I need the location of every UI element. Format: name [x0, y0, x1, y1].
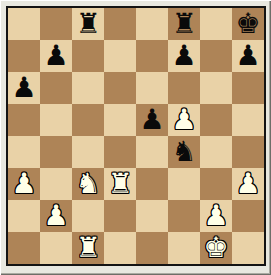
square-a2[interactable] — [8, 200, 40, 232]
square-h7[interactable]: ♟ — [232, 40, 264, 72]
square-h1[interactable] — [232, 232, 264, 264]
white-pawn-icon: ♟ — [43, 200, 68, 232]
black-pawn-icon: ♟ — [11, 72, 36, 104]
square-g3[interactable] — [200, 168, 232, 200]
square-d7[interactable] — [104, 40, 136, 72]
black-rook-icon: ♜ — [171, 8, 196, 40]
black-rook-icon: ♜ — [75, 8, 100, 40]
square-h2[interactable] — [232, 200, 264, 232]
square-b5[interactable] — [40, 104, 72, 136]
white-rook-icon: ♜ — [107, 168, 132, 200]
white-knight-icon: ♞ — [75, 168, 100, 200]
square-h4[interactable] — [232, 136, 264, 168]
square-g6[interactable] — [200, 72, 232, 104]
square-e8[interactable] — [136, 8, 168, 40]
square-b1[interactable] — [40, 232, 72, 264]
white-pawn-icon: ♟ — [11, 168, 36, 200]
square-f3[interactable] — [168, 168, 200, 200]
square-a6[interactable]: ♟ — [8, 72, 40, 104]
square-a3[interactable]: ♟ — [8, 168, 40, 200]
square-g4[interactable] — [200, 136, 232, 168]
square-e3[interactable] — [136, 168, 168, 200]
square-a1[interactable] — [8, 232, 40, 264]
square-c6[interactable] — [72, 72, 104, 104]
square-h8[interactable]: ♚ — [232, 8, 264, 40]
white-pawn-icon: ♟ — [171, 104, 196, 136]
black-pawn-icon: ♟ — [171, 40, 196, 72]
white-rook-icon: ♜ — [75, 232, 100, 264]
square-e2[interactable] — [136, 200, 168, 232]
square-a7[interactable] — [8, 40, 40, 72]
square-f1[interactable] — [168, 232, 200, 264]
square-c5[interactable] — [72, 104, 104, 136]
square-d4[interactable] — [104, 136, 136, 168]
square-b4[interactable] — [40, 136, 72, 168]
square-c8[interactable]: ♜ — [72, 8, 104, 40]
square-e1[interactable] — [136, 232, 168, 264]
black-pawn-icon: ♟ — [43, 40, 68, 72]
black-pawn-icon: ♟ — [235, 40, 260, 72]
square-e7[interactable] — [136, 40, 168, 72]
square-g8[interactable] — [200, 8, 232, 40]
square-d2[interactable] — [104, 200, 136, 232]
square-b3[interactable] — [40, 168, 72, 200]
chess-board-frame: ♜♜♚♟♟♟♟♟♟♞♟♞♜♟♟♟♜♚ — [0, 0, 271, 275]
square-f6[interactable] — [168, 72, 200, 104]
square-a5[interactable] — [8, 104, 40, 136]
square-g5[interactable] — [200, 104, 232, 136]
chess-board: ♜♜♚♟♟♟♟♟♟♞♟♞♜♟♟♟♜♚ — [6, 6, 266, 266]
square-g2[interactable]: ♟ — [200, 200, 232, 232]
black-knight-icon: ♞ — [171, 136, 196, 168]
square-c4[interactable] — [72, 136, 104, 168]
square-f7[interactable]: ♟ — [168, 40, 200, 72]
square-e6[interactable] — [136, 72, 168, 104]
black-king-icon: ♚ — [235, 8, 260, 40]
square-f8[interactable]: ♜ — [168, 8, 200, 40]
square-b7[interactable]: ♟ — [40, 40, 72, 72]
square-c2[interactable] — [72, 200, 104, 232]
square-b8[interactable] — [40, 8, 72, 40]
square-f5[interactable]: ♟ — [168, 104, 200, 136]
square-d6[interactable] — [104, 72, 136, 104]
square-g7[interactable] — [200, 40, 232, 72]
square-b2[interactable]: ♟ — [40, 200, 72, 232]
white-king-icon: ♚ — [203, 232, 228, 264]
square-c1[interactable]: ♜ — [72, 232, 104, 264]
white-pawn-icon: ♟ — [235, 168, 260, 200]
square-d5[interactable] — [104, 104, 136, 136]
square-c3[interactable]: ♞ — [72, 168, 104, 200]
white-pawn-icon: ♟ — [203, 200, 228, 232]
square-h3[interactable]: ♟ — [232, 168, 264, 200]
square-f4[interactable]: ♞ — [168, 136, 200, 168]
square-f2[interactable] — [168, 200, 200, 232]
square-e4[interactable] — [136, 136, 168, 168]
black-pawn-icon: ♟ — [139, 104, 164, 136]
square-d1[interactable] — [104, 232, 136, 264]
square-g1[interactable]: ♚ — [200, 232, 232, 264]
square-a8[interactable] — [8, 8, 40, 40]
square-d3[interactable]: ♜ — [104, 168, 136, 200]
square-h6[interactable] — [232, 72, 264, 104]
square-c7[interactable] — [72, 40, 104, 72]
square-e5[interactable]: ♟ — [136, 104, 168, 136]
square-b6[interactable] — [40, 72, 72, 104]
square-d8[interactable] — [104, 8, 136, 40]
square-a4[interactable] — [8, 136, 40, 168]
square-h5[interactable] — [232, 104, 264, 136]
